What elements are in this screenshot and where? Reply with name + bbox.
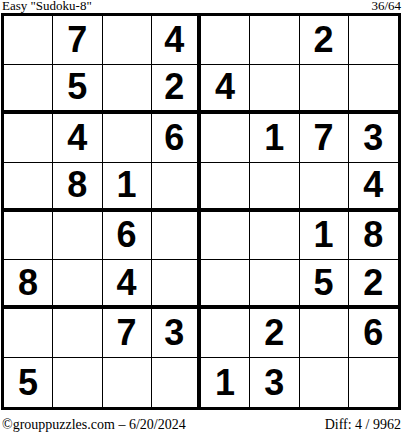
sudoku-cell-r4c6[interactable] bbox=[250, 163, 299, 212]
sudoku-cell-r2c4[interactable]: 2 bbox=[152, 65, 201, 114]
sudoku-cell-r1c6[interactable] bbox=[250, 16, 299, 65]
sudoku-cell-r6c7[interactable]: 5 bbox=[300, 260, 349, 309]
sudoku-cell-r3c7[interactable]: 7 bbox=[300, 114, 349, 163]
sudoku-cell-r1c2[interactable]: 7 bbox=[53, 16, 102, 65]
sudoku-cell-r6c4[interactable] bbox=[152, 260, 201, 309]
sudoku-cell-r1c1[interactable] bbox=[4, 16, 53, 65]
sudoku-cell-r3c8[interactable]: 3 bbox=[349, 114, 398, 163]
sudoku-cell-r6c3[interactable]: 4 bbox=[103, 260, 152, 309]
sudoku-cell-r7c4[interactable]: 3 bbox=[152, 309, 201, 358]
sudoku-cell-r3c6[interactable]: 1 bbox=[250, 114, 299, 163]
sudoku-cell-r2c5[interactable]: 4 bbox=[201, 65, 250, 114]
sudoku-cell-r1c4[interactable]: 4 bbox=[152, 16, 201, 65]
sudoku-cell-r6c2[interactable] bbox=[53, 260, 102, 309]
copyright-text: ©grouppuzzles.com – 6/20/2024 bbox=[2, 416, 186, 434]
sudoku-cell-r2c1[interactable] bbox=[4, 65, 53, 114]
sudoku-cell-r1c7[interactable]: 2 bbox=[300, 16, 349, 65]
sudoku-board: 7425244617381461884527326513 bbox=[1, 13, 401, 410]
sudoku-cell-r4c5[interactable] bbox=[201, 163, 250, 212]
sudoku-cell-r4c8[interactable]: 4 bbox=[349, 163, 398, 212]
sudoku-cell-r2c2[interactable]: 5 bbox=[53, 65, 102, 114]
sudoku-cell-r4c3[interactable]: 1 bbox=[103, 163, 152, 212]
sudoku-cell-r6c8[interactable]: 2 bbox=[349, 260, 398, 309]
sudoku-cell-r3c5[interactable] bbox=[201, 114, 250, 163]
sudoku-cell-r4c4[interactable] bbox=[152, 163, 201, 212]
sudoku-cell-r2c8[interactable] bbox=[349, 65, 398, 114]
sudoku-cell-r8c4[interactable] bbox=[152, 358, 201, 407]
puzzle-title: Easy "Sudoku-8" bbox=[2, 0, 92, 12]
sudoku-cell-r5c6[interactable] bbox=[250, 212, 299, 261]
sudoku-cell-r1c8[interactable] bbox=[349, 16, 398, 65]
sudoku-cell-r7c6[interactable]: 2 bbox=[250, 309, 299, 358]
sudoku-cell-r6c5[interactable] bbox=[201, 260, 250, 309]
sudoku-cell-r3c2[interactable]: 4 bbox=[53, 114, 102, 163]
sudoku-cell-r5c1[interactable] bbox=[4, 212, 53, 261]
sudoku-cell-r8c8[interactable] bbox=[349, 358, 398, 407]
sudoku-cell-r5c4[interactable] bbox=[152, 212, 201, 261]
sudoku-cell-r7c7[interactable] bbox=[300, 309, 349, 358]
sudoku-cell-r4c2[interactable]: 8 bbox=[53, 163, 102, 212]
sudoku-cell-r3c4[interactable]: 6 bbox=[152, 114, 201, 163]
sudoku-cell-r5c2[interactable] bbox=[53, 212, 102, 261]
sudoku-cell-r6c1[interactable]: 8 bbox=[4, 260, 53, 309]
sudoku-cell-r3c1[interactable] bbox=[4, 114, 53, 163]
sudoku-cell-r7c8[interactable]: 6 bbox=[349, 309, 398, 358]
sudoku-cell-r7c2[interactable] bbox=[53, 309, 102, 358]
sudoku-cell-r7c3[interactable]: 7 bbox=[103, 309, 152, 358]
sudoku-cell-r8c7[interactable] bbox=[300, 358, 349, 407]
sudoku-cell-r7c1[interactable] bbox=[4, 309, 53, 358]
sudoku-cell-r6c6[interactable] bbox=[250, 260, 299, 309]
sudoku-cell-r5c7[interactable]: 1 bbox=[300, 212, 349, 261]
givens-counter: 36/64 bbox=[371, 0, 401, 12]
difficulty-text: Diff: 4 / 9962 bbox=[325, 416, 401, 434]
sudoku-cell-r8c3[interactable] bbox=[103, 358, 152, 407]
sudoku-cell-r5c5[interactable] bbox=[201, 212, 250, 261]
sudoku-cell-r5c8[interactable]: 8 bbox=[349, 212, 398, 261]
sudoku-cell-r8c2[interactable] bbox=[53, 358, 102, 407]
sudoku-cell-r2c3[interactable] bbox=[103, 65, 152, 114]
sudoku-cell-r5c3[interactable]: 6 bbox=[103, 212, 152, 261]
sudoku-cell-r2c6[interactable] bbox=[250, 65, 299, 114]
sudoku-cell-r1c5[interactable] bbox=[201, 16, 250, 65]
sudoku-puzzle-sheet: Easy "Sudoku-8" 36/64 742524461738146188… bbox=[0, 0, 403, 437]
sudoku-cell-r8c6[interactable]: 3 bbox=[250, 358, 299, 407]
sudoku-cell-r3c3[interactable] bbox=[103, 114, 152, 163]
sudoku-cell-r8c1[interactable]: 5 bbox=[4, 358, 53, 407]
header: Easy "Sudoku-8" 36/64 bbox=[0, 0, 403, 13]
sudoku-cell-r4c7[interactable] bbox=[300, 163, 349, 212]
sudoku-cell-r4c1[interactable] bbox=[4, 163, 53, 212]
sudoku-cell-r7c5[interactable] bbox=[201, 309, 250, 358]
sudoku-cell-r1c3[interactable] bbox=[103, 16, 152, 65]
sudoku-cell-r2c7[interactable] bbox=[300, 65, 349, 114]
footer: ©grouppuzzles.com – 6/20/2024 Diff: 4 / … bbox=[0, 416, 403, 434]
sudoku-cell-r8c5[interactable]: 1 bbox=[201, 358, 250, 407]
